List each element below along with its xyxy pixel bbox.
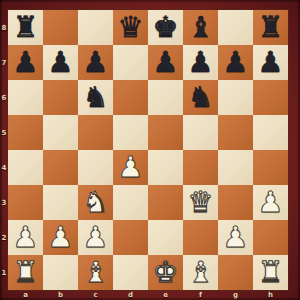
square-e5[interactable] <box>148 115 183 150</box>
square-h7[interactable]: ♟ <box>253 45 288 80</box>
square-c3[interactable]: ♞ <box>78 185 113 220</box>
piece-white-knight-c3[interactable]: ♞ <box>78 185 113 220</box>
square-h6[interactable] <box>253 80 288 115</box>
square-a1[interactable]: ♜ <box>8 255 43 290</box>
square-g1[interactable] <box>218 255 253 290</box>
rank-label-1: 1 <box>0 255 8 290</box>
file-labels: abcdefgh <box>8 290 288 300</box>
piece-black-bishop-f8[interactable]: ♝ <box>183 10 218 45</box>
square-a2[interactable]: ♟ <box>8 220 43 255</box>
square-a5[interactable] <box>8 115 43 150</box>
file-label-f: f <box>183 290 218 300</box>
piece-white-king-e1[interactable]: ♚ <box>148 255 183 290</box>
square-c6[interactable]: ♞ <box>78 80 113 115</box>
square-g3[interactable] <box>218 185 253 220</box>
square-c1[interactable]: ♝ <box>78 255 113 290</box>
file-label-c: c <box>78 290 113 300</box>
piece-black-queen-d8[interactable]: ♛ <box>113 10 148 45</box>
square-b2[interactable]: ♟ <box>43 220 78 255</box>
square-e4[interactable] <box>148 150 183 185</box>
square-h5[interactable] <box>253 115 288 150</box>
piece-black-king-e8[interactable]: ♚ <box>148 10 183 45</box>
square-f6[interactable]: ♞ <box>183 80 218 115</box>
square-h1[interactable]: ♜ <box>253 255 288 290</box>
square-f2[interactable] <box>183 220 218 255</box>
piece-black-pawn-g7[interactable]: ♟ <box>218 45 253 80</box>
rank-label-5: 5 <box>0 115 8 150</box>
square-d4[interactable]: ♟ <box>113 150 148 185</box>
file-label-d: d <box>113 290 148 300</box>
piece-black-rook-h8[interactable]: ♜ <box>253 10 288 45</box>
square-e8[interactable]: ♚ <box>148 10 183 45</box>
square-c8[interactable] <box>78 10 113 45</box>
square-f8[interactable]: ♝ <box>183 10 218 45</box>
square-b7[interactable]: ♟ <box>43 45 78 80</box>
square-d1[interactable] <box>113 255 148 290</box>
square-b4[interactable] <box>43 150 78 185</box>
square-c2[interactable]: ♟ <box>78 220 113 255</box>
square-e1[interactable]: ♚ <box>148 255 183 290</box>
square-h4[interactable] <box>253 150 288 185</box>
rank-label-2: 2 <box>0 220 8 255</box>
square-b8[interactable] <box>43 10 78 45</box>
square-f3[interactable]: ♛ <box>183 185 218 220</box>
piece-white-pawn-a2[interactable]: ♟ <box>8 220 43 255</box>
square-h2[interactable] <box>253 220 288 255</box>
piece-white-pawn-h3[interactable]: ♟ <box>253 185 288 220</box>
square-g5[interactable] <box>218 115 253 150</box>
square-b1[interactable] <box>43 255 78 290</box>
square-b6[interactable] <box>43 80 78 115</box>
square-f1[interactable]: ♝ <box>183 255 218 290</box>
file-label-a: a <box>8 290 43 300</box>
piece-black-knight-f6[interactable]: ♞ <box>183 80 218 115</box>
square-f4[interactable] <box>183 150 218 185</box>
square-b3[interactable] <box>43 185 78 220</box>
square-g6[interactable] <box>218 80 253 115</box>
rank-label-7: 7 <box>0 45 8 80</box>
square-c7[interactable]: ♟ <box>78 45 113 80</box>
square-a7[interactable]: ♟ <box>8 45 43 80</box>
square-b5[interactable] <box>43 115 78 150</box>
square-g4[interactable] <box>218 150 253 185</box>
piece-black-pawn-a7[interactable]: ♟ <box>8 45 43 80</box>
square-e7[interactable]: ♟ <box>148 45 183 80</box>
square-g7[interactable]: ♟ <box>218 45 253 80</box>
square-e2[interactable] <box>148 220 183 255</box>
piece-white-pawn-c2[interactable]: ♟ <box>78 220 113 255</box>
piece-black-pawn-e7[interactable]: ♟ <box>148 45 183 80</box>
piece-white-rook-a1[interactable]: ♜ <box>8 255 43 290</box>
piece-black-pawn-b7[interactable]: ♟ <box>43 45 78 80</box>
piece-white-pawn-b2[interactable]: ♟ <box>43 220 78 255</box>
square-g8[interactable] <box>218 10 253 45</box>
rank-label-8: 8 <box>0 10 8 45</box>
rank-label-3: 3 <box>0 185 8 220</box>
square-c5[interactable] <box>78 115 113 150</box>
square-f5[interactable] <box>183 115 218 150</box>
square-e6[interactable] <box>148 80 183 115</box>
piece-white-bishop-c1[interactable]: ♝ <box>78 255 113 290</box>
square-d6[interactable] <box>113 80 148 115</box>
board-frame: ♜♛♚♝♜♟♟♟♟♟♟♟♞♞♟♞♛♟♟♟♟♟♜♝♚♝♜ 87654321 abc… <box>0 0 300 300</box>
square-f7[interactable]: ♟ <box>183 45 218 80</box>
file-label-h: h <box>253 290 288 300</box>
square-d3[interactable] <box>113 185 148 220</box>
square-d8[interactable]: ♛ <box>113 10 148 45</box>
piece-black-pawn-f7[interactable]: ♟ <box>183 45 218 80</box>
chess-board: ♜♛♚♝♜♟♟♟♟♟♟♟♞♞♟♞♛♟♟♟♟♟♜♝♚♝♜ <box>8 10 288 290</box>
square-a4[interactable] <box>8 150 43 185</box>
square-d2[interactable] <box>113 220 148 255</box>
piece-black-rook-a8[interactable]: ♜ <box>8 10 43 45</box>
piece-white-bishop-f1[interactable]: ♝ <box>183 255 218 290</box>
piece-white-pawn-g2[interactable]: ♟ <box>218 220 253 255</box>
square-c4[interactable] <box>78 150 113 185</box>
file-label-g: g <box>218 290 253 300</box>
square-d5[interactable] <box>113 115 148 150</box>
rank-label-4: 4 <box>0 150 8 185</box>
piece-white-pawn-d4[interactable]: ♟ <box>113 150 148 185</box>
square-h8[interactable]: ♜ <box>253 10 288 45</box>
square-g2[interactable]: ♟ <box>218 220 253 255</box>
rank-label-6: 6 <box>0 80 8 115</box>
square-d7[interactable] <box>113 45 148 80</box>
file-label-e: e <box>148 290 183 300</box>
square-a3[interactable] <box>8 185 43 220</box>
square-a8[interactable]: ♜ <box>8 10 43 45</box>
square-h3[interactable]: ♟ <box>253 185 288 220</box>
square-a6[interactable] <box>8 80 43 115</box>
piece-black-pawn-c7[interactable]: ♟ <box>78 45 113 80</box>
piece-black-knight-c6[interactable]: ♞ <box>78 80 113 115</box>
file-label-b: b <box>43 290 78 300</box>
piece-white-queen-f3[interactable]: ♛ <box>183 185 218 220</box>
piece-white-rook-h1[interactable]: ♜ <box>253 255 288 290</box>
square-e3[interactable] <box>148 185 183 220</box>
piece-black-pawn-h7[interactable]: ♟ <box>253 45 288 80</box>
rank-labels: 87654321 <box>0 10 8 290</box>
